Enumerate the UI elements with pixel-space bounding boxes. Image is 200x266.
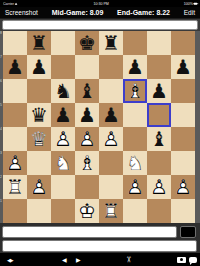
square-c4[interactable]: ♟♙ [51,127,75,151]
square-d5[interactable]: ♟ [75,103,99,127]
square-h1[interactable] [171,199,195,223]
move-list-text: 14 +18.1 Be7 Bxe7+ Rxe7 Qxb5 dxc4 a5 Nd4… [3,237,165,239]
square-d2[interactable] [75,175,99,199]
black-pawn: ♟ [99,103,123,127]
white-bishop: ♝♗ [75,151,99,175]
black-pawn: ♟ [123,55,147,79]
black-pawn: ♟ [171,55,195,79]
battery-group: 100% [183,1,197,5]
square-e5[interactable]: ♟ [99,103,123,127]
flip-board-icon: ◀▶ [7,257,13,263]
nav-bar: Screenshot Mid-Game: 8.09 End-Game: 8.22… [0,7,200,19]
previous-move-icon: ◀ [62,256,67,263]
square-b8[interactable]: ♜ [27,31,51,55]
rank-label-7: 7 [0,55,2,58]
square-a6[interactable] [3,79,27,103]
square-g3[interactable] [147,151,171,175]
square-b7[interactable]: ♟ [27,55,51,79]
square-d4[interactable]: ♟♙ [75,127,99,151]
comment-icon [189,257,197,263]
square-h2[interactable]: ♟♙ [171,175,195,199]
wifi-icon [15,3,18,5]
square-b5[interactable]: ♛ [27,103,51,127]
square-h5[interactable] [171,103,195,127]
app-screen: Carrier 10:30 PM 100% Screenshot Mid-Gam… [0,0,200,266]
square-g7[interactable] [147,55,171,79]
black-queen: ♛ [27,103,51,127]
rank-label-2: 2 [0,175,2,178]
square-h4[interactable] [171,127,195,151]
carrier-label: Carrier [3,1,14,5]
square-f7[interactable]: ♟ [123,55,147,79]
square-h7[interactable]: ♟ [171,55,195,79]
square-g4[interactable]: ♝ [147,127,171,151]
square-d1[interactable]: ♚♔ [75,199,99,223]
square-g1[interactable] [147,199,171,223]
square-f5[interactable] [123,103,147,127]
square-h6[interactable] [171,79,195,103]
square-e4[interactable]: ♟♙ [99,127,123,151]
white-pawn: ♟♙ [99,127,123,151]
flip-board-button[interactable]: ◀▶ [7,253,13,266]
black-pawn: ♟ [51,103,75,127]
current-move-text: 1. Bxf6+ [3,250,20,252]
square-d8[interactable]: ♚ [75,31,99,55]
square-g6[interactable]: ♟ [147,79,171,103]
camera-icon [177,257,186,263]
rank-label-3: 3 [0,151,2,154]
square-c6[interactable]: ♞ [51,79,75,103]
square-g5[interactable] [147,103,171,127]
square-b3[interactable] [27,151,51,175]
move-list-input[interactable]: 14 +18.1 Be7 Bxe7+ Rxe7 Qxb5 dxc4 a5 Nd4… [2,226,177,238]
square-f4[interactable] [123,127,147,151]
square-a3[interactable]: ♟♙ [3,151,27,175]
white-knight: ♞♘ [51,151,75,175]
square-e1[interactable]: ♜♖ [99,199,123,223]
black-rook: ♜ [27,31,51,55]
next-move-icon: ▶ [76,256,81,263]
square-d7[interactable] [75,55,99,79]
current-move-input[interactable]: 1. Bxf6+ [2,240,197,252]
square-g8[interactable] [147,31,171,55]
white-pawn: ♟♙ [75,127,99,151]
previous-move-button[interactable]: ◀ [62,253,67,266]
square-c7[interactable] [51,55,75,79]
square-a1[interactable] [3,199,27,223]
white-king: ♚♔ [75,199,99,223]
toolbar: ◀▶ ◀ ▶ ✂ [0,253,200,266]
board-frame: ♜♚♜♟♟♟♟♞♝♝♗♟♛♟♟♟♛♕♟♙♟♙♟♙♝♟♙♞♘♝♗♞♘♜♖♟♙♟♙♟… [0,31,200,223]
battery-icon [193,3,197,5]
white-queen: ♛♕ [27,127,51,151]
rank-label-5: 5 [0,103,2,106]
square-e6[interactable] [99,79,123,103]
status-bar: Carrier 10:30 PM 100% [0,0,200,7]
rank-label-6: 6 [0,79,2,82]
edit-button[interactable]: Edit [184,9,195,16]
black-knight: ♞ [51,79,75,103]
square-b4[interactable]: ♛♕ [27,127,51,151]
white-pawn: ♟♙ [3,151,27,175]
white-bishop: ♝♗ [123,79,147,103]
square-a8[interactable] [3,31,27,55]
black-pawn: ♟ [27,55,51,79]
end-game-score-title: End-Game: 8.22 [117,9,170,16]
carrier-group: Carrier [3,1,18,5]
white-knight: ♞♘ [123,151,147,175]
square-a7[interactable]: ♟ [3,55,27,79]
white-pawn: ♟♙ [51,127,75,151]
next-move-button[interactable]: ▶ [76,253,81,266]
black-bishop: ♝ [75,79,99,103]
square-h3[interactable] [171,151,195,175]
bottom-band: 14 +18.1 Be7 Bxe7+ Rxe7 Qxb5 dxc4 a5 Nd4… [0,223,200,253]
rank-label-8: 8 [0,31,2,34]
white-pawn: ♟♙ [123,175,147,199]
side-to-move-indicator [180,226,196,238]
square-c3[interactable]: ♞♘ [51,151,75,175]
square-c8[interactable] [51,31,75,55]
white-rook: ♜♖ [99,199,123,223]
white-rook: ♜♖ [3,175,27,199]
square-e2[interactable] [99,175,123,199]
square-c1[interactable] [51,199,75,223]
square-h8[interactable] [171,31,195,55]
black-bishop: ♝ [147,127,171,151]
square-b2[interactable]: ♟♙ [27,175,51,199]
square-f1[interactable] [123,199,147,223]
screenshot-button[interactable]: Screenshot [5,9,38,16]
black-king: ♚ [75,31,99,55]
scissors-icon: ✂ [124,256,133,263]
notes-input[interactable]: Notes: [2,20,198,30]
square-e7[interactable] [99,55,123,79]
square-e3[interactable] [99,151,123,175]
mid-game-score-title: Mid-Game: 8.09 [52,9,104,16]
battery-percent-label: 100% [183,1,192,5]
white-pawn: ♟♙ [147,175,171,199]
square-g2[interactable]: ♟♙ [147,175,171,199]
white-pawn: ♟♙ [171,175,195,199]
white-pawn: ♟♙ [27,175,51,199]
square-a2[interactable]: ♜♖ [3,175,27,199]
clock-label: 10:30 PM [93,1,108,5]
square-f8[interactable] [123,31,147,55]
black-pawn: ♟ [147,79,171,103]
camera-button[interactable] [177,253,186,266]
square-e8[interactable]: ♜ [99,31,123,55]
square-a5[interactable] [3,103,27,127]
square-f6[interactable]: ♝♗ [123,79,147,103]
rank-label-4: 4 [0,127,2,130]
square-a4[interactable] [3,127,27,151]
square-c5[interactable]: ♟ [51,103,75,127]
square-f3[interactable]: ♞♘ [123,151,147,175]
square-d3[interactable]: ♝♗ [75,151,99,175]
rank-label-1: 1 [0,199,2,202]
square-b6[interactable] [27,79,51,103]
black-rook: ♜ [99,31,123,55]
chess-board: ♜♚♜♟♟♟♟♞♝♝♗♟♛♟♟♟♛♕♟♙♟♙♟♙♝♟♙♞♘♝♗♞♘♜♖♟♙♟♙♟… [3,31,195,223]
comment-button[interactable] [189,253,197,266]
square-c2[interactable] [51,175,75,199]
black-pawn: ♟ [75,103,99,127]
black-pawn: ♟ [3,55,27,79]
square-b1[interactable] [27,199,51,223]
square-d6[interactable]: ♝ [75,79,99,103]
trim-moves-button[interactable]: ✂ [122,256,135,263]
notes-band: Notes: [0,19,200,31]
square-f2[interactable]: ♟♙ [123,175,147,199]
